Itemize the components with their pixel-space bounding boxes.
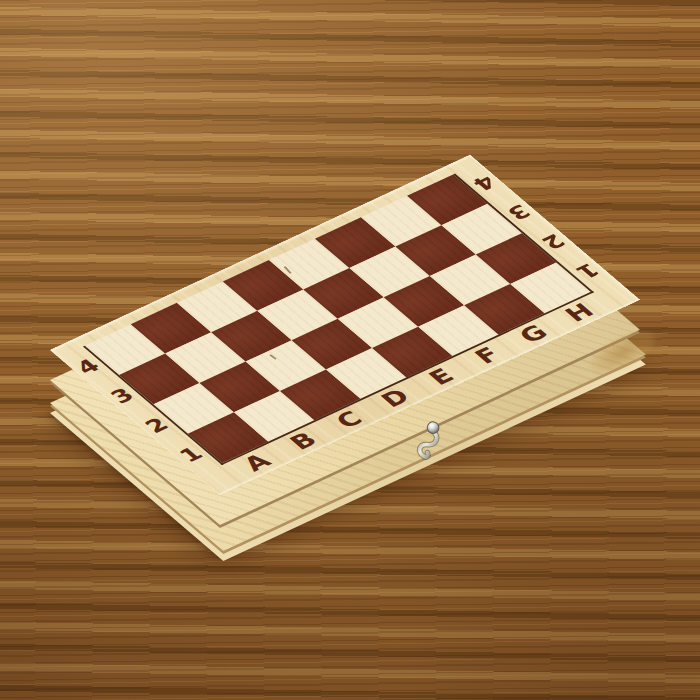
clasp-icon	[412, 418, 450, 474]
scene: ABCDEFGH 4321 4321	[0, 0, 700, 700]
